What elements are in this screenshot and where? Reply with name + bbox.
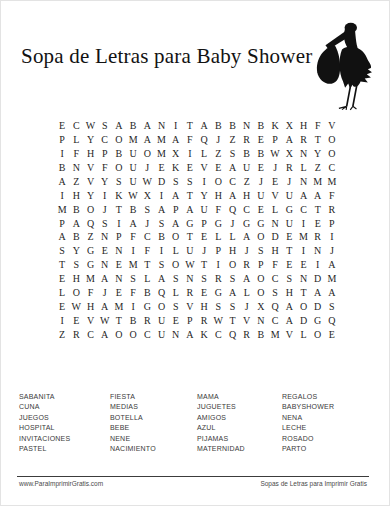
grid-cell: B <box>69 231 83 245</box>
grid-cell: U <box>254 189 268 203</box>
grid-cell: O <box>325 147 339 161</box>
grid-cell: N <box>254 314 268 328</box>
grid-cell: E <box>282 258 296 272</box>
grid-cell: A <box>197 119 211 133</box>
grid-cell: R <box>211 272 225 286</box>
grid-cell: Z <box>55 328 69 342</box>
grid-cell: Q <box>83 217 97 231</box>
grid-cell: H <box>225 244 239 258</box>
grid-cell: N <box>112 244 126 258</box>
grid-cell: I <box>55 147 69 161</box>
grid-cell: L <box>169 286 183 300</box>
grid-cell: E <box>254 133 268 147</box>
grid-cell: B <box>112 147 126 161</box>
grid-cell: H <box>268 244 282 258</box>
grid-cell: C <box>268 314 282 328</box>
grid-cell: H <box>296 119 310 133</box>
grid-cell: P <box>55 217 69 231</box>
grid-cell: L <box>240 286 254 300</box>
grid-cell: O <box>325 133 339 147</box>
grid-cell: N <box>296 272 310 286</box>
page-title: Sopa de Letras para Baby Shower <box>21 44 321 69</box>
grid-cell: F <box>140 244 154 258</box>
grid-cell: J <box>98 203 112 217</box>
grid-cell: E <box>112 258 126 272</box>
grid-cell: E <box>254 203 268 217</box>
grid-cell: L <box>197 147 211 161</box>
grid-cell: M <box>126 133 140 147</box>
grid-cell: B <box>225 119 239 133</box>
word-item: PIJAMAS <box>197 434 245 444</box>
grid-cell: N <box>169 328 183 342</box>
grid-cell: N <box>240 119 254 133</box>
grid-cell: H <box>83 147 97 161</box>
grid-cell: S <box>225 272 239 286</box>
worksheet-page: Sopa de Letras para Baby Shower <box>0 0 390 506</box>
word-item: JUEGOS <box>19 413 70 423</box>
grid-cell: O <box>69 286 83 300</box>
grid-cell: F <box>83 286 97 300</box>
grid-cell: E <box>55 119 69 133</box>
word-item: PASTEL <box>19 444 70 454</box>
grid-cell: G <box>83 244 97 258</box>
grid-cell: S <box>55 244 69 258</box>
grid-cell: M <box>55 203 69 217</box>
word-item: NACIMIENTO <box>110 444 156 454</box>
grid-cell: Z <box>69 175 83 189</box>
grid-cell: D <box>311 300 325 314</box>
grid-cell: R <box>140 314 154 328</box>
grid-cell: S <box>169 272 183 286</box>
word-item: NENA <box>282 413 334 423</box>
grid-cell: G <box>282 203 296 217</box>
grid-cell: U <box>126 147 140 161</box>
word-item: PARTO <box>282 444 334 454</box>
grid-cell: A <box>225 161 239 175</box>
grid-cell: T <box>140 258 154 272</box>
grid-cell: W <box>83 119 97 133</box>
grid-cell: W <box>126 189 140 203</box>
grid-cell: G <box>183 217 197 231</box>
word-item: FIESTA <box>110 392 156 402</box>
grid-cell: F <box>183 133 197 147</box>
grid-cell: V <box>83 161 97 175</box>
footer-divider <box>17 476 369 477</box>
grid-cell: E <box>98 244 112 258</box>
grid-cell: B <box>140 286 154 300</box>
grid-cell: A <box>98 272 112 286</box>
word-item: SABANITA <box>19 392 70 402</box>
grid-cell: R <box>240 258 254 272</box>
grid-cell: J <box>254 175 268 189</box>
grid-cell: Z <box>211 147 225 161</box>
grid-cell: Y <box>83 189 97 203</box>
grid-cell: Q <box>225 203 239 217</box>
grid-cell: J <box>240 300 254 314</box>
grid-cell: E <box>169 314 183 328</box>
grid-cell: N <box>98 258 112 272</box>
grid-cell: Q <box>268 300 282 314</box>
grid-cell: E <box>55 300 69 314</box>
grid-cell: J <box>282 175 296 189</box>
grid-cell: S <box>211 300 225 314</box>
grid-cell: L <box>140 272 154 286</box>
grid-cell: C <box>225 175 239 189</box>
footer-website-url: www.ParaImprimirGratis.com <box>19 480 103 487</box>
grid-cell: A <box>98 328 112 342</box>
grid-cell: Y <box>197 189 211 203</box>
grid-cell: J <box>325 244 339 258</box>
grid-cell: G <box>254 217 268 231</box>
grid-cell: G <box>83 258 97 272</box>
grid-cell: A <box>240 272 254 286</box>
grid-cell: D <box>268 231 282 245</box>
grid-cell: S <box>154 258 168 272</box>
grid-cell: V <box>282 328 296 342</box>
grid-cell: F <box>211 203 225 217</box>
grid-cell: E <box>197 231 211 245</box>
grid-cell: W <box>69 300 83 314</box>
grid-cell: F <box>268 258 282 272</box>
grid-cell: S <box>169 175 183 189</box>
grid-cell: P <box>55 133 69 147</box>
grid-cell: I <box>154 189 168 203</box>
grid-cell: I <box>126 244 140 258</box>
word-item: CUNA <box>19 402 70 412</box>
grid-cell: R <box>240 328 254 342</box>
grid-cell: F <box>69 147 83 161</box>
grid-cell: I <box>126 300 140 314</box>
grid-cell: O <box>311 328 325 342</box>
grid-cell: D <box>311 272 325 286</box>
grid-cell: V <box>83 175 97 189</box>
grid-cell: A <box>311 189 325 203</box>
grid-cell: A <box>98 300 112 314</box>
grid-cell: O <box>254 231 268 245</box>
grid-cell: A <box>240 231 254 245</box>
grid-cell: C <box>69 119 83 133</box>
grid-cell: R <box>282 161 296 175</box>
grid-cell: I <box>169 119 183 133</box>
grid-cell: E <box>282 231 296 245</box>
grid-cell: E <box>69 314 83 328</box>
word-item: JUGUETES <box>197 402 245 412</box>
grid-cell: A <box>183 203 197 217</box>
grid-cell: U <box>282 217 296 231</box>
grid-cell: O <box>169 231 183 245</box>
grid-cell: F <box>126 286 140 300</box>
grid-cell: A <box>140 133 154 147</box>
grid-cell: J <box>268 161 282 175</box>
grid-cell: I <box>211 258 225 272</box>
grid-cell: Z <box>83 231 97 245</box>
grid-cell: V <box>197 161 211 175</box>
grid-cell: G <box>140 300 154 314</box>
grid-cell: Y <box>98 175 112 189</box>
grid-cell: U <box>183 244 197 258</box>
grid-cell: C <box>268 272 282 286</box>
grid-cell: C <box>98 133 112 147</box>
grid-cell: A <box>325 286 339 300</box>
grid-cell: S <box>169 300 183 314</box>
grid-cell: U <box>154 314 168 328</box>
grid-cell: L <box>169 244 183 258</box>
grid-cell: S <box>69 258 83 272</box>
grid-cell: S <box>268 286 282 300</box>
grid-cell: O <box>126 328 140 342</box>
grid-cell: I <box>98 189 112 203</box>
footer-caption: Sopas de Letras para Imprimir Gratis <box>260 480 367 487</box>
grid-cell: I <box>325 231 339 245</box>
grid-cell: S <box>183 175 197 189</box>
grid-cell: A <box>154 203 168 217</box>
grid-cell: S <box>98 119 112 133</box>
grid-cell: R <box>311 231 325 245</box>
grid-cell: R <box>183 286 197 300</box>
grid-cell: X <box>282 119 296 133</box>
grid-cell: A <box>225 189 239 203</box>
grid-cell: F <box>126 231 140 245</box>
grid-cell: H <box>69 189 83 203</box>
grid-cell: S <box>112 175 126 189</box>
grid-cell: Y <box>83 133 97 147</box>
grid-cell: N <box>98 231 112 245</box>
grid-cell: T <box>311 203 325 217</box>
word-column: SABANITACUNAJUEGOSHOSPITALINVITACIONESPA… <box>19 392 70 454</box>
grid-cell: X <box>169 147 183 161</box>
grid-cell: I <box>296 244 310 258</box>
grid-cell: A <box>225 286 239 300</box>
grid-cell: C <box>325 161 339 175</box>
grid-cell: W <box>183 258 197 272</box>
grid-cell: I <box>55 189 69 203</box>
grid-cell: A <box>55 175 69 189</box>
grid-cell: S <box>225 300 239 314</box>
word-item: AMIGOS <box>197 413 245 423</box>
grid-cell: U <box>197 203 211 217</box>
grid-cell: T <box>183 231 197 245</box>
grid-cell: E <box>268 175 282 189</box>
grid-cell: F <box>311 119 325 133</box>
grid-cell: N <box>268 217 282 231</box>
grid-cell: G <box>211 217 225 231</box>
grid-cell: A <box>311 286 325 300</box>
grid-cell: B <box>126 119 140 133</box>
grid-cell: M <box>325 175 339 189</box>
grid-cell: C <box>240 203 254 217</box>
grid-cell: H <box>69 272 83 286</box>
grid-cell: V <box>325 119 339 133</box>
grid-cell: E <box>154 161 168 175</box>
grid-cell: O <box>225 258 239 272</box>
grid-cell: T <box>55 258 69 272</box>
grid-cell: V <box>183 300 197 314</box>
grid-cell: J <box>211 133 225 147</box>
grid-cell: V <box>83 314 97 328</box>
word-column: REGALOSBABYSHOWERNENALECHEROSADOPARTO <box>282 392 334 454</box>
grid-cell: O <box>211 175 225 189</box>
grid-cell: B <box>55 161 69 175</box>
grid-cell: B <box>69 203 83 217</box>
grid-cell: J <box>225 217 239 231</box>
grid-cell: G <box>240 217 254 231</box>
grid-cell: A <box>55 231 69 245</box>
grid-cell: R <box>197 314 211 328</box>
grid-cell: S <box>140 203 154 217</box>
grid-cell: N <box>183 272 197 286</box>
grid-cell: B <box>154 231 168 245</box>
grid-cell: T <box>225 314 239 328</box>
grid-cell: B <box>254 328 268 342</box>
grid-cell: N <box>296 147 310 161</box>
grid-cell: T <box>112 203 126 217</box>
grid-cell: E <box>197 286 211 300</box>
grid-cell: M <box>325 272 339 286</box>
grid-cell: W <box>268 147 282 161</box>
grid-cell: T <box>183 119 197 133</box>
grid-cell: L <box>296 328 310 342</box>
word-item: AZUL <box>197 423 245 433</box>
grid-cell: L <box>296 161 310 175</box>
grid-cell: N <box>311 244 325 258</box>
grid-cell: O <box>112 133 126 147</box>
grid-cell: G <box>211 286 225 300</box>
grid-cell: N <box>69 161 83 175</box>
grid-cell: I <box>112 217 126 231</box>
grid-cell: R <box>325 203 339 217</box>
grid-cell: H <box>282 286 296 300</box>
grid-cell: L <box>268 203 282 217</box>
grid-cell: L <box>55 286 69 300</box>
grid-cell: O <box>169 258 183 272</box>
grid-cell: A <box>169 189 183 203</box>
grid-cell: X <box>282 147 296 161</box>
grid-cell: S <box>325 300 339 314</box>
grid-cell: P <box>197 217 211 231</box>
grid-cell: U <box>282 189 296 203</box>
grid-cell: H <box>197 300 211 314</box>
word-item: HOSPITAL <box>19 423 70 433</box>
grid-cell: B <box>240 147 254 161</box>
grid-cell: V <box>240 314 254 328</box>
grid-cell: O <box>254 272 268 286</box>
grid-cell: Q <box>154 286 168 300</box>
grid-cell: H <box>83 300 97 314</box>
grid-cell: A <box>183 328 197 342</box>
word-item: MAMA <box>197 392 245 402</box>
grid-cell: I <box>296 217 310 231</box>
grid-cell: I <box>183 147 197 161</box>
grid-cell: C <box>211 328 225 342</box>
word-item: INVITACIONES <box>19 434 70 444</box>
word-item: NENE <box>110 434 156 444</box>
grid-cell: Q <box>325 314 339 328</box>
grid-cell: U <box>154 328 168 342</box>
grid-cell: A <box>325 258 339 272</box>
grid-cell: E <box>211 161 225 175</box>
grid-cell: B <box>254 119 268 133</box>
grid-cell: E <box>112 286 126 300</box>
grid-cell: O <box>140 147 154 161</box>
grid-cell: U <box>126 161 140 175</box>
grid-cell: T <box>112 314 126 328</box>
grid-cell: S <box>154 217 168 231</box>
grid-cell: F <box>98 161 112 175</box>
grid-cell: M <box>112 300 126 314</box>
grid-cell: M <box>154 147 168 161</box>
grid-cell: M <box>83 272 97 286</box>
grid-cell: I <box>197 175 211 189</box>
grid-cell: C <box>296 203 310 217</box>
grid-cell: A <box>69 217 83 231</box>
grid-cell: I <box>311 258 325 272</box>
grid-cell: A <box>169 217 183 231</box>
grid-cell: T <box>183 189 197 203</box>
grid-cell: M <box>296 231 310 245</box>
word-column: MAMAJUGUETESAMIGOSAZULPIJAMASMATERNIDAD <box>197 392 245 454</box>
grid-cell: C <box>140 231 154 245</box>
grid-cell: K <box>268 119 282 133</box>
grid-cell: E <box>55 272 69 286</box>
grid-cell: B <box>211 119 225 133</box>
grid-cell: O <box>296 300 310 314</box>
grid-cell: C <box>83 328 97 342</box>
grid-cell: X <box>254 300 268 314</box>
grid-cell: M <box>126 258 140 272</box>
grid-cell: B <box>126 314 140 328</box>
grid-cell: Z <box>240 175 254 189</box>
grid-cell: S <box>98 217 112 231</box>
grid-cell: O <box>112 328 126 342</box>
grid-cell: Y <box>311 147 325 161</box>
grid-cell: I <box>154 244 168 258</box>
grid-cell: P <box>211 244 225 258</box>
word-item: BEBE <box>110 423 156 433</box>
grid-cell: L <box>225 231 239 245</box>
grid-cell: D <box>154 175 168 189</box>
grid-cell: L <box>211 231 225 245</box>
grid-cell: J <box>197 244 211 258</box>
grid-cell: O <box>154 300 168 314</box>
word-item: BOTELLA <box>110 413 156 423</box>
grid-cell: M <box>311 175 325 189</box>
grid-cell: R <box>296 133 310 147</box>
word-list: SABANITACUNAJUEGOSHOSPITALINVITACIONESPA… <box>1 392 390 458</box>
grid-cell: U <box>126 175 140 189</box>
grid-cell: A <box>282 133 296 147</box>
grid-cell: S <box>225 147 239 161</box>
grid-cell: S <box>197 272 211 286</box>
grid-cell: Y <box>69 244 83 258</box>
grid-cell: P <box>183 314 197 328</box>
grid-cell: J <box>240 244 254 258</box>
grid-cell: O <box>112 161 126 175</box>
grid-cell: T <box>197 258 211 272</box>
word-item: LECHE <box>282 423 334 433</box>
grid-cell: P <box>268 133 282 147</box>
grid-cell: Q <box>197 133 211 147</box>
grid-cell: Q <box>225 328 239 342</box>
grid-cell: E <box>296 258 310 272</box>
grid-cell: M <box>154 133 168 147</box>
grid-cell: A <box>296 189 310 203</box>
grid-cell: A <box>140 119 154 133</box>
grid-cell: R <box>69 328 83 342</box>
grid-cell: A <box>282 300 296 314</box>
grid-cell: A <box>282 314 296 328</box>
grid-cell: B <box>254 147 268 161</box>
grid-cell: Z <box>225 133 239 147</box>
